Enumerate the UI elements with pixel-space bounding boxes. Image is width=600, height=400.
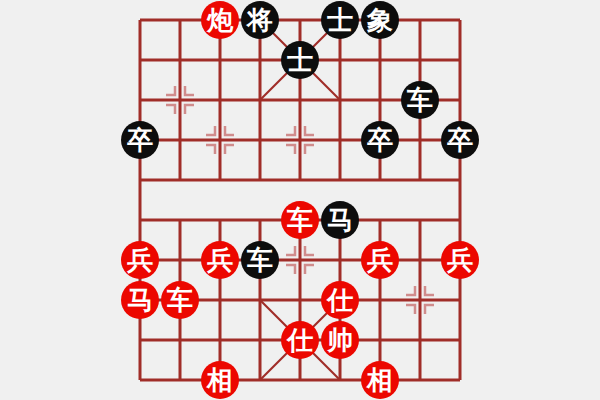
- red-general[interactable]: 帅: [321, 321, 359, 359]
- red-soldier[interactable]: 兵: [361, 241, 399, 279]
- red-advisor[interactable]: 仕: [281, 321, 319, 359]
- black-advisor[interactable]: 士: [281, 41, 319, 79]
- piece-grid: 炮将士象士车卒卒卒车马兵兵车兵兵马车仕仕帅相相: [120, 0, 480, 400]
- red-elephant[interactable]: 相: [201, 361, 239, 399]
- black-elephant[interactable]: 象: [361, 1, 399, 39]
- xiangqi-board: 炮将士象士车卒卒卒车马兵兵车兵兵马车仕仕帅相相: [0, 0, 600, 400]
- black-soldier[interactable]: 卒: [121, 121, 159, 159]
- black-general[interactable]: 将: [241, 1, 279, 39]
- red-elephant[interactable]: 相: [361, 361, 399, 399]
- black-soldier[interactable]: 卒: [441, 121, 479, 159]
- black-advisor[interactable]: 士: [321, 1, 359, 39]
- black-chariot[interactable]: 车: [241, 241, 279, 279]
- red-soldier[interactable]: 兵: [201, 241, 239, 279]
- black-chariot[interactable]: 车: [401, 81, 439, 119]
- red-chariot[interactable]: 车: [281, 201, 319, 239]
- black-horse[interactable]: 马: [321, 201, 359, 239]
- red-advisor[interactable]: 仕: [321, 281, 359, 319]
- red-soldier[interactable]: 兵: [441, 241, 479, 279]
- red-soldier[interactable]: 兵: [121, 241, 159, 279]
- red-horse[interactable]: 马: [121, 281, 159, 319]
- red-cannon[interactable]: 炮: [201, 1, 239, 39]
- black-soldier[interactable]: 卒: [361, 121, 399, 159]
- red-chariot[interactable]: 车: [161, 281, 199, 319]
